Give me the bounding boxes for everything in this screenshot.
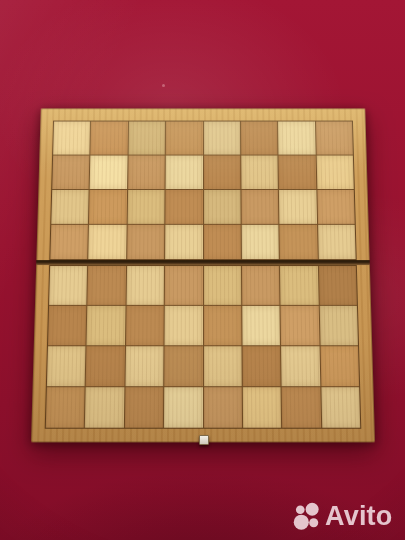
- square-g3: [281, 306, 319, 345]
- square-c1: [125, 387, 164, 428]
- square-g2: [281, 346, 320, 386]
- square-h3: [319, 306, 358, 345]
- board-top-half: [49, 121, 356, 261]
- square-a1: [46, 387, 85, 428]
- square-a6: [51, 190, 89, 224]
- square-h1: [321, 387, 360, 428]
- square-b6: [89, 190, 127, 224]
- square-a7: [52, 156, 90, 189]
- square-a3: [48, 306, 87, 345]
- square-c2: [125, 346, 163, 386]
- square-d6: [165, 190, 202, 224]
- avito-watermark-text: Avito: [325, 503, 393, 530]
- square-d1: [164, 387, 202, 428]
- square-g5: [280, 225, 318, 259]
- square-f7: [241, 156, 278, 189]
- square-b8: [91, 122, 128, 155]
- square-c7: [128, 156, 165, 189]
- square-h6: [317, 190, 355, 224]
- square-f8: [241, 122, 278, 155]
- square-g7: [279, 156, 316, 189]
- square-f3: [242, 306, 280, 345]
- square-f5: [242, 225, 280, 259]
- square-f4: [242, 266, 280, 305]
- square-a2: [47, 346, 86, 386]
- square-c4: [126, 266, 164, 305]
- square-b1: [85, 387, 124, 428]
- avito-logo-icon: [293, 501, 322, 532]
- square-e7: [203, 156, 240, 189]
- square-c6: [127, 190, 164, 224]
- square-d4: [165, 266, 203, 305]
- square-a8: [53, 122, 90, 155]
- square-b3: [87, 306, 125, 345]
- square-d2: [164, 346, 202, 386]
- square-h2: [320, 346, 359, 386]
- square-e2: [204, 346, 242, 386]
- square-e3: [204, 306, 242, 345]
- square-c5: [127, 225, 165, 259]
- square-b4: [88, 266, 126, 305]
- square-e5: [203, 225, 240, 259]
- square-h8: [316, 122, 353, 155]
- square-a4: [49, 266, 87, 305]
- square-b2: [86, 346, 125, 386]
- avito-watermark: Avito: [293, 498, 393, 534]
- board-latch: [199, 435, 209, 445]
- square-c8: [128, 122, 165, 155]
- square-d8: [166, 122, 203, 155]
- fabric-speck: [162, 84, 165, 87]
- chessboard: [31, 108, 375, 442]
- square-b5: [89, 225, 127, 259]
- square-f1: [243, 387, 282, 428]
- square-b7: [90, 156, 127, 189]
- board-bottom-half: [45, 265, 362, 429]
- photo-scene: Avito: [0, 0, 405, 540]
- square-h4: [319, 266, 357, 305]
- square-d5: [165, 225, 202, 259]
- square-f6: [241, 190, 278, 224]
- square-e8: [203, 122, 240, 155]
- square-g4: [280, 266, 318, 305]
- square-f2: [242, 346, 280, 386]
- square-g6: [279, 190, 317, 224]
- square-c3: [126, 306, 164, 345]
- square-a5: [50, 225, 88, 259]
- square-h5: [318, 225, 356, 259]
- square-e6: [203, 190, 240, 224]
- square-e4: [203, 266, 241, 305]
- square-g1: [282, 387, 321, 428]
- square-e1: [204, 387, 242, 428]
- square-g8: [278, 122, 315, 155]
- square-h7: [316, 156, 354, 189]
- square-d3: [165, 306, 203, 345]
- square-d7: [166, 156, 203, 189]
